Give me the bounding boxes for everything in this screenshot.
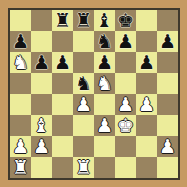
- square-f8[interactable]: ♚: [115, 10, 136, 31]
- square-h7[interactable]: ♟: [157, 31, 178, 52]
- square-g1[interactable]: [136, 157, 157, 178]
- piece-black-pawn[interactable]: ♟: [138, 52, 155, 73]
- square-e8[interactable]: ♝: [94, 10, 115, 31]
- chess-app-frame: ♜♜♝♚♟♞♟♟♞♟♟♟♟♞♞♟♟♟♝♟♚♟♟♟♜♜: [0, 0, 187, 187]
- square-d7[interactable]: [73, 31, 94, 52]
- square-b7[interactable]: [31, 31, 52, 52]
- piece-white-knight[interactable]: ♞: [12, 52, 29, 73]
- piece-white-pawn[interactable]: ♟: [96, 115, 113, 136]
- square-h4[interactable]: [157, 94, 178, 115]
- square-b1[interactable]: [31, 157, 52, 178]
- square-h6[interactable]: [157, 52, 178, 73]
- square-a4[interactable]: [10, 94, 31, 115]
- square-d8[interactable]: ♜: [73, 10, 94, 31]
- square-c8[interactable]: ♜: [52, 10, 73, 31]
- square-g8[interactable]: [136, 10, 157, 31]
- piece-white-pawn[interactable]: ♟: [75, 94, 92, 115]
- piece-white-rook[interactable]: ♜: [75, 157, 92, 178]
- piece-black-pawn[interactable]: ♟: [33, 52, 50, 73]
- square-f3[interactable]: ♚: [115, 115, 136, 136]
- square-e3[interactable]: ♟: [94, 115, 115, 136]
- square-h2[interactable]: ♟: [157, 136, 178, 157]
- piece-black-bishop[interactable]: ♝: [96, 10, 113, 31]
- square-b3[interactable]: ♝: [31, 115, 52, 136]
- square-d1[interactable]: ♜: [73, 157, 94, 178]
- piece-white-king[interactable]: ♚: [117, 115, 134, 136]
- square-g7[interactable]: [136, 31, 157, 52]
- square-d5[interactable]: ♞: [73, 73, 94, 94]
- square-d3[interactable]: [73, 115, 94, 136]
- square-f4[interactable]: ♟: [115, 94, 136, 115]
- piece-white-pawn[interactable]: ♟: [33, 136, 50, 157]
- square-a2[interactable]: ♟: [10, 136, 31, 157]
- square-c5[interactable]: [52, 73, 73, 94]
- square-e2[interactable]: [94, 136, 115, 157]
- piece-black-rook[interactable]: ♜: [54, 10, 71, 31]
- square-a3[interactable]: [10, 115, 31, 136]
- square-f7[interactable]: ♟: [115, 31, 136, 52]
- square-g4[interactable]: ♟: [136, 94, 157, 115]
- square-a8[interactable]: [10, 10, 31, 31]
- square-b8[interactable]: [31, 10, 52, 31]
- square-e1[interactable]: [94, 157, 115, 178]
- square-c2[interactable]: [52, 136, 73, 157]
- square-e7[interactable]: ♞: [94, 31, 115, 52]
- piece-black-pawn[interactable]: ♟: [12, 31, 29, 52]
- square-b5[interactable]: [31, 73, 52, 94]
- square-a1[interactable]: ♜: [10, 157, 31, 178]
- piece-black-knight[interactable]: ♞: [96, 31, 113, 52]
- piece-white-rook[interactable]: ♜: [12, 157, 29, 178]
- piece-white-pawn[interactable]: ♟: [117, 94, 134, 115]
- square-c4[interactable]: [52, 94, 73, 115]
- square-g3[interactable]: [136, 115, 157, 136]
- piece-black-pawn[interactable]: ♟: [96, 52, 113, 73]
- square-f6[interactable]: [115, 52, 136, 73]
- square-f1[interactable]: [115, 157, 136, 178]
- square-e5[interactable]: ♞: [94, 73, 115, 94]
- square-e4[interactable]: [94, 94, 115, 115]
- square-d2[interactable]: [73, 136, 94, 157]
- chess-board: ♜♜♝♚♟♞♟♟♞♟♟♟♟♞♞♟♟♟♝♟♚♟♟♟♜♜: [8, 8, 180, 180]
- piece-black-king[interactable]: ♚: [117, 10, 134, 31]
- square-h8[interactable]: [157, 10, 178, 31]
- piece-black-knight[interactable]: ♞: [75, 73, 92, 94]
- square-h5[interactable]: [157, 73, 178, 94]
- square-b6[interactable]: ♟: [31, 52, 52, 73]
- square-c7[interactable]: [52, 31, 73, 52]
- piece-white-pawn[interactable]: ♟: [159, 136, 176, 157]
- square-h1[interactable]: [157, 157, 178, 178]
- piece-black-pawn[interactable]: ♟: [159, 31, 176, 52]
- square-g5[interactable]: [136, 73, 157, 94]
- square-b2[interactable]: ♟: [31, 136, 52, 157]
- square-f5[interactable]: [115, 73, 136, 94]
- square-g6[interactable]: ♟: [136, 52, 157, 73]
- piece-black-pawn[interactable]: ♟: [54, 52, 71, 73]
- square-a7[interactable]: ♟: [10, 31, 31, 52]
- piece-black-pawn[interactable]: ♟: [117, 31, 134, 52]
- square-a6[interactable]: ♞: [10, 52, 31, 73]
- square-b4[interactable]: [31, 94, 52, 115]
- square-c1[interactable]: [52, 157, 73, 178]
- square-c6[interactable]: ♟: [52, 52, 73, 73]
- piece-white-knight[interactable]: ♞: [96, 73, 113, 94]
- square-e6[interactable]: ♟: [94, 52, 115, 73]
- square-a5[interactable]: [10, 73, 31, 94]
- piece-black-rook[interactable]: ♜: [75, 10, 92, 31]
- square-f2[interactable]: [115, 136, 136, 157]
- square-c3[interactable]: [52, 115, 73, 136]
- square-g2[interactable]: [136, 136, 157, 157]
- piece-white-bishop[interactable]: ♝: [33, 115, 50, 136]
- piece-white-pawn[interactable]: ♟: [138, 94, 155, 115]
- square-d6[interactable]: [73, 52, 94, 73]
- square-d4[interactable]: ♟: [73, 94, 94, 115]
- square-h3[interactable]: [157, 115, 178, 136]
- piece-white-pawn[interactable]: ♟: [12, 136, 29, 157]
